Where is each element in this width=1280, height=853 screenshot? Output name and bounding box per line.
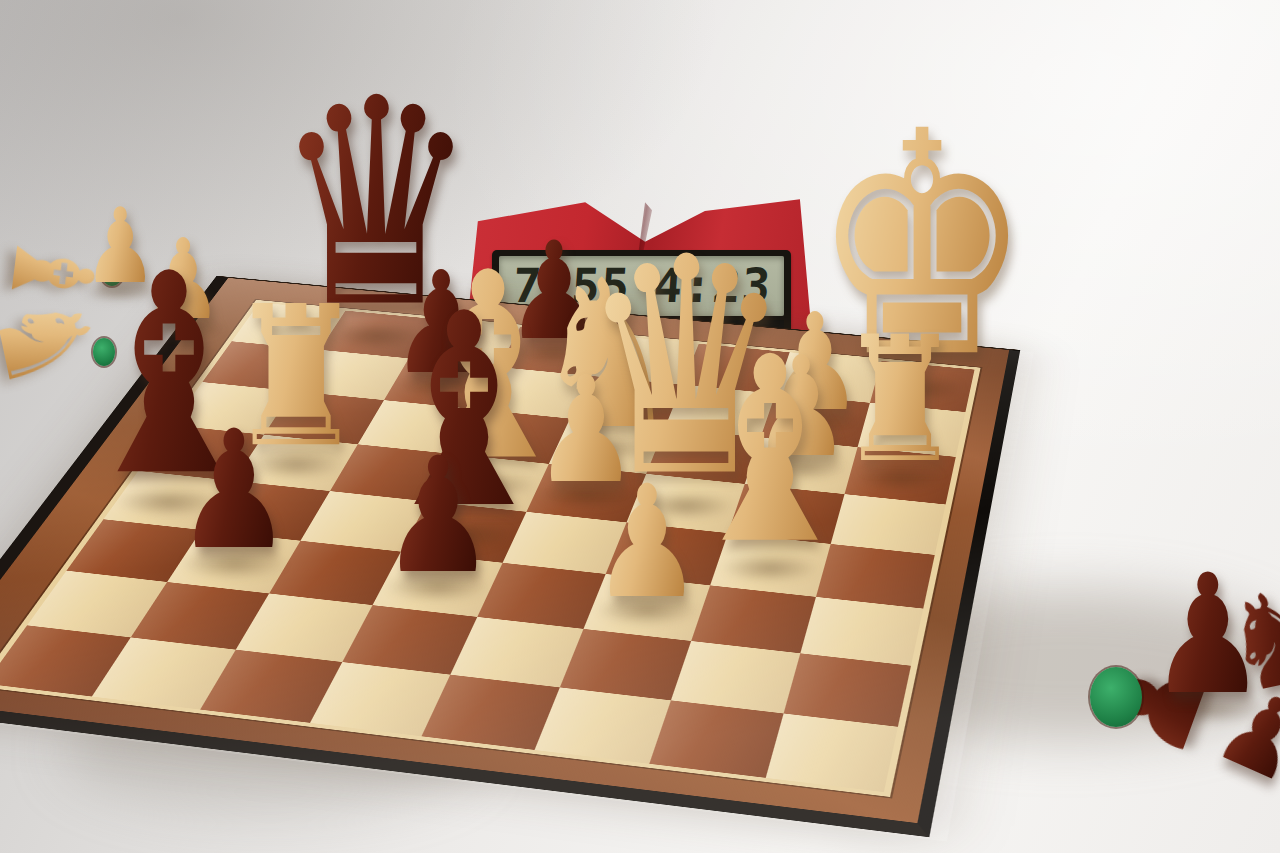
square-d6: [453, 409, 570, 464]
piece-contact-shadow: [245, 450, 347, 480]
square-a7: [202, 341, 319, 391]
square-d3: [373, 552, 503, 617]
clock-display-bezel: 7:55 ▸ 4:23 ▶❚❚✚▶: [492, 250, 791, 348]
board-cast-shadow-left: [60, 690, 480, 810]
square-g6: [745, 438, 858, 495]
piece-light-pawn-f3: ♟: [591, 468, 702, 616]
captured-light-pawn-3: ♟: [143, 228, 222, 333]
move-indicator-icon: ▸: [637, 275, 648, 296]
next-button[interactable]: ▶: [694, 320, 783, 344]
square-f3: [584, 574, 711, 641]
right-player-time: 4:23: [652, 258, 773, 313]
piece-light-king-h8: ♚: [812, 99, 1032, 392]
square-g8: [776, 352, 882, 403]
play-pause-button[interactable]: ▶❚❚: [499, 320, 588, 344]
piece-contact-shadow: [559, 434, 654, 462]
square-f4: [606, 522, 728, 585]
square-a1: [0, 625, 131, 696]
piece-dark-bishop-a4: ♝: [70, 245, 267, 507]
square-h1: [766, 713, 898, 792]
square-b2: [131, 582, 269, 650]
square-f5: [627, 474, 745, 533]
left-player-time: 7:55: [511, 258, 632, 313]
square-h8: [870, 361, 975, 412]
square-d7: [476, 367, 590, 419]
piece-contact-shadow: [179, 548, 288, 580]
piece-contact-shadow: [537, 481, 635, 510]
piece-contact-shadow: [879, 376, 965, 401]
square-f1: [535, 687, 671, 763]
captured-light-pawn-2: ♟: [83, 197, 157, 296]
square-e4: [503, 512, 627, 574]
square-g3: [691, 585, 816, 653]
square-b7: [293, 350, 409, 400]
square-a3: [66, 519, 201, 582]
square-h5: [831, 494, 946, 555]
piece-contact-shadow: [721, 553, 820, 582]
square-h4: [816, 544, 935, 609]
square-a4: [104, 471, 234, 530]
piece-contact-shadow: [770, 409, 860, 435]
square-c2: [236, 593, 373, 662]
square-e5: [526, 464, 646, 523]
board-cast-shadow: [830, 590, 1280, 740]
square-g5: [728, 484, 845, 544]
square-f6: [646, 428, 760, 484]
square-c7: [384, 358, 499, 409]
square-a8: [232, 303, 346, 350]
square-d4: [401, 501, 527, 562]
square-c6: [358, 400, 477, 454]
square-c5: [330, 444, 453, 501]
captured-light-bishop-0: ♝: [0, 224, 109, 320]
captured-light-knight-1: ♞: [0, 283, 112, 400]
piece-contact-shadow: [115, 487, 222, 518]
plus-button[interactable]: ✚: [597, 320, 686, 344]
square-c3: [269, 541, 401, 605]
piece-contact-shadow: [80, 282, 159, 301]
square-g2: [671, 641, 800, 713]
piece-light-rook-b5: ♜: [227, 286, 365, 470]
photo-backdrop: 7:55 ▸ 4:23 ▶❚❚✚▶ ♛♟♟♝♝♟♟♜♝♞♟♛♟♟♟♚♜♝♝♞♟♟…: [0, 0, 1280, 853]
piece-contact-shadow: [439, 470, 538, 499]
piece-contact-shadow: [394, 372, 488, 400]
piece-contact-shadow: [141, 319, 226, 340]
piece-contact-shadow: [595, 595, 699, 625]
square-g1: [649, 700, 783, 777]
square-c4: [300, 491, 427, 552]
clock-button-row: ▶❚❚✚▶: [499, 320, 783, 344]
piece-contact-shadow: [384, 571, 491, 602]
square-g4: [710, 533, 831, 597]
square-b5: [234, 435, 358, 491]
clock-lcd: 7:55 ▸ 4:23: [499, 256, 783, 317]
square-d2: [342, 605, 477, 675]
piece-dark-pawn-b3: ♟: [175, 414, 292, 569]
piece-light-rook-h6: ♜: [838, 318, 962, 483]
piece-light-bishop-g4: ♝: [679, 329, 862, 572]
piece-dark-pawn-d3: ♟: [381, 440, 495, 592]
square-b8: [320, 311, 433, 359]
square-e7: [570, 376, 682, 428]
piece-contact-shadow: [330, 322, 422, 349]
piece-contact-shadow: [637, 492, 734, 520]
square-f2: [560, 629, 691, 700]
green-base-felt: [93, 338, 115, 366]
square-a5: [138, 425, 264, 481]
piece-contact-shadow: [855, 465, 946, 492]
square-h7: [858, 403, 966, 457]
square-e6: [549, 419, 665, 474]
green-base-felt: [100, 254, 124, 286]
piece-contact-shadow: [755, 455, 848, 482]
square-a6: [171, 382, 292, 435]
square-e2: [450, 617, 583, 687]
square-b4: [201, 481, 330, 541]
square-f7: [665, 385, 776, 438]
piece-light-pawn-g6: ♟: [752, 341, 851, 473]
piece-light-pawn-e5: ♟: [534, 361, 639, 501]
piece-contact-shadow: [412, 519, 515, 549]
square-h6: [845, 447, 956, 504]
square-g7: [761, 394, 870, 447]
square-a2: [27, 571, 167, 638]
square-b3: [167, 530, 300, 594]
chess-clock: 7:55 ▸ 4:23 ▶❚❚✚▶: [462, 196, 814, 354]
square-d5: [428, 454, 549, 512]
square-b6: [264, 391, 384, 444]
piece-dark-queen-b8: ♛: [274, 69, 478, 340]
square-e3: [477, 563, 605, 629]
